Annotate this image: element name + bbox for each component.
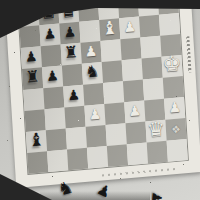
board-square[interactable] xyxy=(43,86,64,109)
white-queen-piece[interactable]: ♛ xyxy=(146,118,165,140)
board-square[interactable] xyxy=(46,128,67,151)
black-pawn-piece[interactable]: ♟ xyxy=(63,24,76,39)
black-pawn-piece[interactable]: ♟ xyxy=(25,48,38,63)
board-square[interactable]: ♛ xyxy=(145,120,166,143)
white-pawn-piece[interactable]: ♟ xyxy=(88,106,101,121)
black-pawn-piece[interactable]: ♟ xyxy=(46,68,59,83)
board-square[interactable]: ♟ xyxy=(63,85,84,108)
board-square[interactable] xyxy=(19,25,40,48)
board-square[interactable]: ♜ xyxy=(61,43,82,66)
white-pawn-piece[interactable]: ♟ xyxy=(128,103,141,118)
black-rook-piece[interactable]: ♜ xyxy=(63,44,78,61)
board-square[interactable]: ❖ xyxy=(165,118,186,141)
board-square[interactable] xyxy=(79,20,100,43)
board-square[interactable] xyxy=(23,88,44,111)
chessboard-photo: ♚♛♟♟♝♟♟♜♟♜♟♞♚♟♟♟♟♝♛❖ ♞♟♟ xyxy=(0,0,200,200)
black-king-piece[interactable]: ♚ xyxy=(39,0,59,23)
board-square[interactable] xyxy=(125,121,146,144)
board-square[interactable]: ♟ xyxy=(59,22,80,45)
board-edge-print-bottom xyxy=(102,168,176,176)
board-square[interactable] xyxy=(100,39,121,62)
board-square[interactable] xyxy=(120,38,141,61)
board-square[interactable] xyxy=(87,146,108,169)
board-square[interactable]: ♛ xyxy=(58,1,79,24)
board-square[interactable] xyxy=(103,81,124,104)
black-queen-piece[interactable]: ♛ xyxy=(59,0,78,21)
board-square[interactable] xyxy=(27,151,48,174)
board-square[interactable] xyxy=(18,4,39,27)
board-square[interactable]: ♟ xyxy=(124,100,145,123)
board-square[interactable] xyxy=(147,141,168,164)
board-square[interactable] xyxy=(45,107,66,130)
board-square[interactable]: ♟ xyxy=(119,17,140,40)
board-square[interactable]: ♟ xyxy=(39,24,60,47)
white-pawn-piece[interactable]: ♟ xyxy=(123,19,136,34)
board-square[interactable]: ♜ xyxy=(22,67,43,90)
white-pawn-piece[interactable]: ♟ xyxy=(168,99,181,114)
board-corner-emblem: ❖ xyxy=(171,123,182,137)
board-square[interactable] xyxy=(102,60,123,83)
board-square[interactable] xyxy=(107,144,128,167)
captured-black-pawn[interactable]: ♟ xyxy=(94,182,113,200)
board-square[interactable] xyxy=(47,149,68,172)
board-square[interactable] xyxy=(41,45,62,68)
board-square[interactable] xyxy=(143,78,164,101)
board-square[interactable] xyxy=(106,123,127,146)
board-square[interactable] xyxy=(66,127,87,150)
black-rook-piece[interactable]: ♜ xyxy=(25,68,40,85)
captured-black-pawn[interactable]: ♟ xyxy=(150,191,164,200)
board-square[interactable] xyxy=(163,76,184,99)
board-square[interactable] xyxy=(123,80,144,103)
black-pawn-piece[interactable]: ♟ xyxy=(67,87,80,102)
board-square[interactable]: ♟ xyxy=(81,41,102,64)
board-square[interactable]: ♟ xyxy=(42,66,63,89)
board-playing-area: ♚♛♟♟♝♟♟♜♟♜♟♞♚♟♟♟♟♝♛❖ xyxy=(18,0,188,174)
board-square[interactable] xyxy=(78,0,99,22)
board-square[interactable] xyxy=(139,15,160,38)
board-square[interactable] xyxy=(64,106,85,129)
black-bishop-piece[interactable]: ♝ xyxy=(28,130,45,149)
board-square[interactable] xyxy=(127,142,148,165)
board-square[interactable] xyxy=(83,83,104,106)
board-square[interactable]: ♞ xyxy=(82,62,103,85)
dust-specks-dark xyxy=(0,0,1,1)
board-square[interactable]: ♚ xyxy=(38,3,59,26)
board-square[interactable] xyxy=(122,59,143,82)
black-knight-piece[interactable]: ♞ xyxy=(85,63,100,80)
chess-board: ♚♛♟♟♝♟♟♜♟♜♟♞♚♟♟♟♟♝♛❖ xyxy=(4,0,200,188)
board-square[interactable]: ♟ xyxy=(164,97,185,120)
black-pawn-piece[interactable]: ♟ xyxy=(43,26,56,41)
board-square[interactable] xyxy=(118,0,139,18)
board-square[interactable] xyxy=(140,36,161,59)
board-square[interactable]: ♚ xyxy=(161,55,182,78)
board-square[interactable] xyxy=(104,102,125,125)
board-edge-print xyxy=(186,36,191,72)
board-square[interactable] xyxy=(86,125,107,148)
white-king-piece[interactable]: ♚ xyxy=(162,53,182,76)
board-square[interactable] xyxy=(142,57,163,80)
board-square[interactable] xyxy=(67,148,88,171)
board-square[interactable] xyxy=(159,13,180,36)
board-square[interactable]: ♝ xyxy=(26,130,47,153)
board-square[interactable]: ♟ xyxy=(84,104,105,127)
board-square[interactable] xyxy=(167,139,188,162)
board-square[interactable] xyxy=(62,64,83,87)
board-square[interactable]: ♝ xyxy=(99,18,120,41)
white-pawn-piece[interactable]: ♟ xyxy=(84,43,97,58)
white-bishop-piece[interactable]: ♝ xyxy=(101,18,118,37)
board-square[interactable]: ♟ xyxy=(21,46,42,69)
